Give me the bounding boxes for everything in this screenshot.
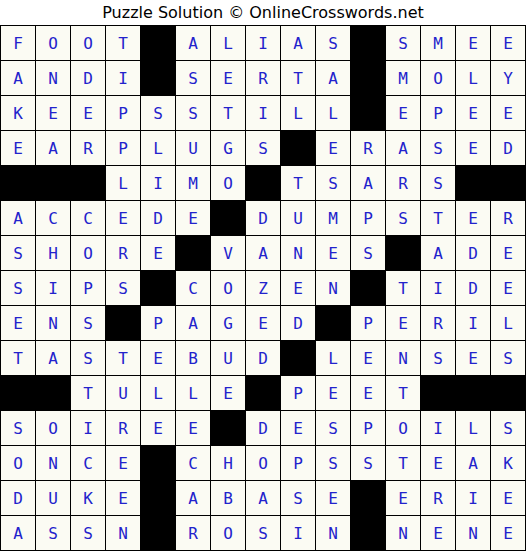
letter-cell: I bbox=[246, 96, 281, 131]
letter-cell: O bbox=[36, 26, 71, 61]
letter-cell: P bbox=[106, 96, 141, 131]
letter-cell: B bbox=[176, 341, 211, 376]
letter-cell: D bbox=[1, 481, 36, 516]
letter-cell: E bbox=[36, 96, 71, 131]
letter-cell: E bbox=[456, 341, 491, 376]
letter-cell: S bbox=[106, 271, 141, 306]
black-cell bbox=[141, 61, 176, 96]
letter-cell: K bbox=[491, 446, 526, 481]
letter-cell: L bbox=[491, 306, 526, 341]
letter-cell: F bbox=[1, 26, 36, 61]
letter-cell: E bbox=[386, 481, 421, 516]
letter-cell: A bbox=[246, 481, 281, 516]
page-title: Puzzle Solution © OnlineCrosswords.net bbox=[0, 0, 526, 25]
letter-cell: A bbox=[1, 201, 36, 236]
letter-cell: A bbox=[176, 26, 211, 61]
letter-cell: U bbox=[36, 481, 71, 516]
letter-cell: R bbox=[421, 306, 456, 341]
letter-cell: C bbox=[36, 201, 71, 236]
letter-cell: S bbox=[281, 481, 316, 516]
black-cell bbox=[351, 96, 386, 131]
letter-cell: E bbox=[456, 131, 491, 166]
letter-cell: S bbox=[316, 446, 351, 481]
letter-cell: S bbox=[386, 26, 421, 61]
letter-cell: E bbox=[141, 411, 176, 446]
black-cell bbox=[351, 481, 386, 516]
letter-cell: S bbox=[1, 236, 36, 271]
letter-cell: O bbox=[386, 411, 421, 446]
letter-cell: O bbox=[211, 271, 246, 306]
black-cell bbox=[456, 376, 491, 411]
letter-cell: D bbox=[456, 236, 491, 271]
letter-cell: E bbox=[1, 131, 36, 166]
black-cell bbox=[106, 306, 141, 341]
letter-cell: R bbox=[421, 481, 456, 516]
black-cell bbox=[211, 411, 246, 446]
letter-cell: E bbox=[1, 306, 36, 341]
letter-cell: S bbox=[316, 26, 351, 61]
letter-cell: R bbox=[386, 166, 421, 201]
letter-cell: P bbox=[106, 131, 141, 166]
letter-cell: N bbox=[106, 516, 141, 551]
letter-cell: A bbox=[36, 131, 71, 166]
letter-cell: S bbox=[246, 516, 281, 551]
letter-cell: E bbox=[421, 446, 456, 481]
letter-cell: U bbox=[106, 376, 141, 411]
letter-cell: T bbox=[1, 341, 36, 376]
letter-cell: L bbox=[106, 166, 141, 201]
letter-cell: E bbox=[211, 61, 246, 96]
letter-cell: U bbox=[211, 341, 246, 376]
letter-cell: N bbox=[36, 306, 71, 341]
letter-cell: E bbox=[106, 201, 141, 236]
black-cell bbox=[491, 166, 526, 201]
letter-cell: Z bbox=[246, 271, 281, 306]
letter-cell: E bbox=[351, 341, 386, 376]
letter-cell: O bbox=[246, 446, 281, 481]
letter-cell: E bbox=[491, 271, 526, 306]
black-cell bbox=[246, 166, 281, 201]
letter-cell: S bbox=[351, 236, 386, 271]
letter-cell: A bbox=[176, 306, 211, 341]
letter-cell: M bbox=[421, 26, 456, 61]
letter-cell: C bbox=[71, 201, 106, 236]
black-cell bbox=[281, 131, 316, 166]
letter-cell: S bbox=[386, 201, 421, 236]
letter-cell: E bbox=[421, 516, 456, 551]
letter-cell: S bbox=[421, 166, 456, 201]
letter-cell: D bbox=[246, 341, 281, 376]
letter-cell: E bbox=[106, 446, 141, 481]
letter-cell: N bbox=[316, 516, 351, 551]
letter-cell: N bbox=[386, 341, 421, 376]
letter-cell: O bbox=[71, 236, 106, 271]
letter-cell: E bbox=[316, 236, 351, 271]
letter-cell: T bbox=[421, 201, 456, 236]
letter-cell: P bbox=[71, 271, 106, 306]
letter-cell: A bbox=[1, 61, 36, 96]
letter-cell: H bbox=[211, 446, 246, 481]
letter-cell: E bbox=[281, 411, 316, 446]
letter-cell: E bbox=[176, 201, 211, 236]
letter-cell: O bbox=[421, 61, 456, 96]
letter-cell: I bbox=[141, 166, 176, 201]
letter-cell: E bbox=[386, 96, 421, 131]
letter-cell: I bbox=[456, 306, 491, 341]
letter-cell: E bbox=[491, 516, 526, 551]
letter-cell: S bbox=[71, 341, 106, 376]
black-cell bbox=[351, 61, 386, 96]
letter-cell: A bbox=[246, 236, 281, 271]
black-cell bbox=[141, 271, 176, 306]
black-cell bbox=[211, 201, 246, 236]
letter-cell: S bbox=[36, 516, 71, 551]
letter-cell: N bbox=[281, 236, 316, 271]
letter-cell: D bbox=[491, 131, 526, 166]
letter-cell: B bbox=[211, 481, 246, 516]
letter-cell: E bbox=[456, 201, 491, 236]
letter-cell: E bbox=[386, 306, 421, 341]
letter-cell: E bbox=[71, 96, 106, 131]
letter-cell: T bbox=[71, 376, 106, 411]
letter-cell: I bbox=[421, 271, 456, 306]
black-cell bbox=[176, 236, 211, 271]
black-cell bbox=[246, 376, 281, 411]
letter-cell: D bbox=[281, 306, 316, 341]
black-cell bbox=[141, 516, 176, 551]
letter-cell: E bbox=[491, 26, 526, 61]
letter-cell: A bbox=[281, 26, 316, 61]
letter-cell: S bbox=[141, 96, 176, 131]
letter-cell: E bbox=[456, 26, 491, 61]
letter-cell: R bbox=[351, 131, 386, 166]
letter-cell: V bbox=[211, 236, 246, 271]
letter-cell: E bbox=[316, 481, 351, 516]
letter-cell: E bbox=[491, 236, 526, 271]
letter-cell: L bbox=[176, 376, 211, 411]
letter-cell: N bbox=[36, 446, 71, 481]
letter-cell: E bbox=[351, 376, 386, 411]
letter-cell: E bbox=[106, 481, 141, 516]
letter-cell: S bbox=[316, 166, 351, 201]
black-cell bbox=[71, 166, 106, 201]
letter-cell: N bbox=[316, 271, 351, 306]
letter-cell: S bbox=[176, 61, 211, 96]
letter-cell: C bbox=[176, 271, 211, 306]
letter-cell: M bbox=[176, 166, 211, 201]
letter-cell: I bbox=[281, 516, 316, 551]
letter-cell: E bbox=[141, 341, 176, 376]
letter-cell: O bbox=[36, 411, 71, 446]
letter-cell: P bbox=[281, 446, 316, 481]
letter-cell: G bbox=[211, 131, 246, 166]
letter-cell: S bbox=[491, 411, 526, 446]
letter-cell: S bbox=[1, 411, 36, 446]
letter-cell: T bbox=[386, 446, 421, 481]
crossword-grid: FOOTALIASSMEEANDISERTAMOLYKEEPSSTILLEPEE… bbox=[0, 25, 526, 551]
letter-cell: O bbox=[211, 166, 246, 201]
black-cell bbox=[36, 166, 71, 201]
letter-cell: P bbox=[281, 376, 316, 411]
letter-cell: S bbox=[246, 131, 281, 166]
letter-cell: P bbox=[351, 201, 386, 236]
letter-cell: L bbox=[316, 341, 351, 376]
letter-cell: U bbox=[281, 201, 316, 236]
letter-cell: D bbox=[456, 271, 491, 306]
letter-cell: S bbox=[316, 411, 351, 446]
letter-cell: T bbox=[281, 61, 316, 96]
black-cell bbox=[491, 376, 526, 411]
letter-cell: E bbox=[491, 96, 526, 131]
letter-cell: K bbox=[1, 96, 36, 131]
letter-cell: N bbox=[456, 516, 491, 551]
letter-cell: Y bbox=[491, 61, 526, 96]
black-cell bbox=[421, 376, 456, 411]
letter-cell: P bbox=[421, 96, 456, 131]
letter-cell: S bbox=[421, 341, 456, 376]
letter-cell: N bbox=[386, 516, 421, 551]
letter-cell: T bbox=[106, 26, 141, 61]
letter-cell: N bbox=[36, 61, 71, 96]
letter-cell: R bbox=[176, 516, 211, 551]
letter-cell: A bbox=[351, 166, 386, 201]
letter-cell: I bbox=[36, 271, 71, 306]
letter-cell: S bbox=[71, 516, 106, 551]
letter-cell: A bbox=[456, 446, 491, 481]
letter-cell: T bbox=[106, 341, 141, 376]
letter-cell: E bbox=[316, 131, 351, 166]
letter-cell: R bbox=[106, 236, 141, 271]
letter-cell: E bbox=[491, 481, 526, 516]
letter-cell: S bbox=[421, 131, 456, 166]
letter-cell: T bbox=[386, 376, 421, 411]
letter-cell: C bbox=[71, 446, 106, 481]
letter-cell: D bbox=[141, 201, 176, 236]
letter-cell: S bbox=[491, 341, 526, 376]
letter-cell: D bbox=[246, 201, 281, 236]
letter-cell: E bbox=[281, 271, 316, 306]
letter-cell: O bbox=[1, 446, 36, 481]
letter-cell: O bbox=[211, 516, 246, 551]
letter-cell: A bbox=[1, 516, 36, 551]
letter-cell: A bbox=[386, 131, 421, 166]
black-cell bbox=[141, 481, 176, 516]
letter-cell: L bbox=[211, 26, 246, 61]
letter-cell: L bbox=[456, 61, 491, 96]
black-cell bbox=[456, 166, 491, 201]
letter-cell: A bbox=[176, 481, 211, 516]
letter-cell: I bbox=[421, 411, 456, 446]
letter-cell: A bbox=[36, 341, 71, 376]
letter-cell: A bbox=[316, 61, 351, 96]
letter-cell: L bbox=[456, 411, 491, 446]
letter-cell: S bbox=[351, 446, 386, 481]
letter-cell: P bbox=[351, 306, 386, 341]
black-cell bbox=[36, 376, 71, 411]
letter-cell: E bbox=[316, 376, 351, 411]
letter-cell: P bbox=[141, 306, 176, 341]
letter-cell: S bbox=[71, 306, 106, 341]
letter-cell: L bbox=[316, 96, 351, 131]
black-cell bbox=[351, 26, 386, 61]
letter-cell: I bbox=[71, 411, 106, 446]
letter-cell: L bbox=[281, 96, 316, 131]
black-cell bbox=[316, 306, 351, 341]
letter-cell: E bbox=[176, 411, 211, 446]
letter-cell: K bbox=[71, 481, 106, 516]
letter-cell: R bbox=[106, 411, 141, 446]
letter-cell: I bbox=[106, 61, 141, 96]
black-cell bbox=[351, 516, 386, 551]
puzzle-solution-page: Puzzle Solution © OnlineCrosswords.net F… bbox=[0, 0, 526, 551]
letter-cell: H bbox=[36, 236, 71, 271]
letter-cell: D bbox=[71, 61, 106, 96]
black-cell bbox=[141, 26, 176, 61]
black-cell bbox=[1, 166, 36, 201]
letter-cell: R bbox=[491, 201, 526, 236]
letter-cell: S bbox=[176, 96, 211, 131]
letter-cell: E bbox=[141, 236, 176, 271]
letter-cell: A bbox=[421, 236, 456, 271]
letter-cell: T bbox=[211, 96, 246, 131]
letter-cell: R bbox=[71, 131, 106, 166]
letter-cell: L bbox=[141, 131, 176, 166]
black-cell bbox=[386, 236, 421, 271]
letter-cell: U bbox=[176, 131, 211, 166]
letter-cell: T bbox=[386, 271, 421, 306]
letter-cell: M bbox=[316, 201, 351, 236]
letter-cell: C bbox=[176, 446, 211, 481]
letter-cell: R bbox=[246, 61, 281, 96]
letter-cell: I bbox=[246, 26, 281, 61]
letter-cell: D bbox=[246, 411, 281, 446]
letter-cell: E bbox=[211, 376, 246, 411]
letter-cell: L bbox=[141, 376, 176, 411]
letter-cell: T bbox=[281, 166, 316, 201]
letter-cell: G bbox=[211, 306, 246, 341]
letter-cell: I bbox=[456, 481, 491, 516]
letter-cell: O bbox=[71, 26, 106, 61]
letter-cell: P bbox=[351, 411, 386, 446]
letter-cell: E bbox=[246, 306, 281, 341]
black-cell bbox=[351, 271, 386, 306]
black-cell bbox=[1, 376, 36, 411]
black-cell bbox=[281, 341, 316, 376]
letter-cell: E bbox=[456, 96, 491, 131]
letter-cell: M bbox=[386, 61, 421, 96]
black-cell bbox=[141, 446, 176, 481]
letter-cell: S bbox=[1, 271, 36, 306]
